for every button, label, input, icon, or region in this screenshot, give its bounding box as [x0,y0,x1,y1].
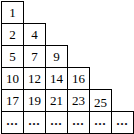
grid-cell: ... [89,111,112,134]
grid-cell: ... [1,111,24,134]
grid-cell: 10 [1,67,24,90]
grid-cell: ... [67,111,90,134]
grid-cell: 5 [1,45,24,68]
grid-cell: 14 [45,67,68,90]
grid-cell: 7 [23,45,46,68]
grid-cell: 19 [23,89,46,112]
grid-cell: 17 [1,89,24,112]
grid-cell: 12 [23,67,46,90]
grid-cell: 25 [89,89,112,112]
grid-cell: ... [45,111,68,134]
grid-cell: 16 [67,67,90,90]
board-row: .................. [1,111,134,134]
board-row: 24 [1,23,134,46]
number-triangle-board: 124579101214161719212325................… [1,1,134,134]
grid-cell: 2 [1,23,24,46]
board-row: 1 [1,1,134,24]
grid-cell: 9 [45,45,68,68]
grid-cell: ... [111,111,134,134]
board-row: 579 [1,45,134,68]
grid-cell: 1 [1,1,24,24]
grid-cell: 21 [45,89,68,112]
board-row: 10121416 [1,67,134,90]
board-row: 1719212325 [1,89,134,112]
grid-cell: 4 [23,23,46,46]
grid-cell: 23 [67,89,90,112]
grid-cell: ... [23,111,46,134]
